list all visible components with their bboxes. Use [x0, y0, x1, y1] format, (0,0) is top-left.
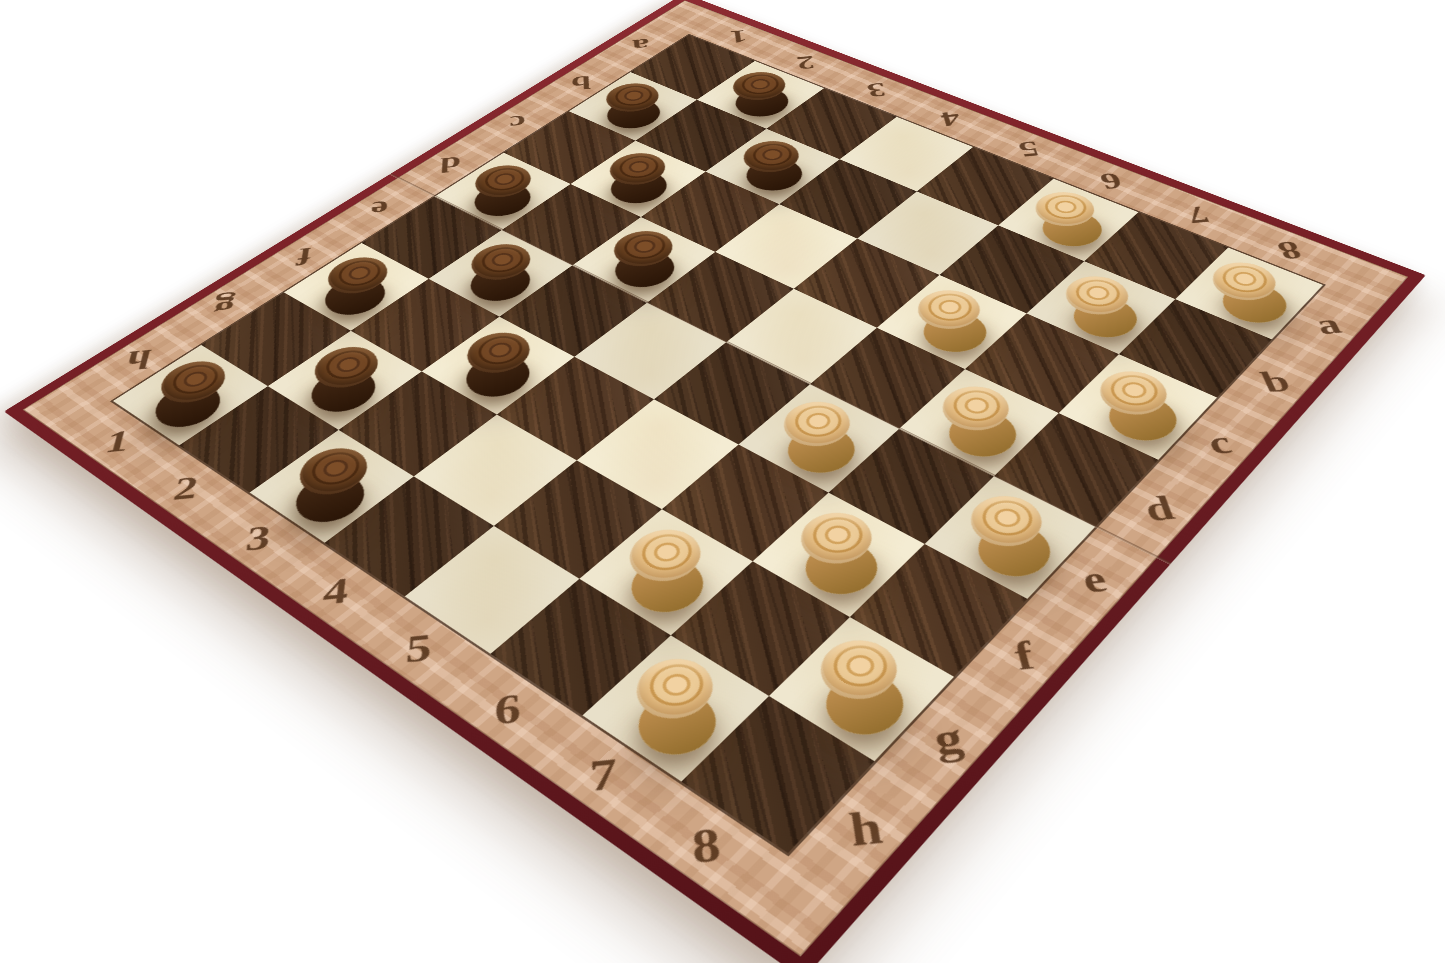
- near-numbers-label-2: 2: [159, 470, 212, 506]
- board-field: [113, 35, 1323, 853]
- near-letters-label-f: f: [993, 633, 1055, 678]
- far-letters-label-h: h: [114, 345, 164, 376]
- far-numbers-label-1: 1: [720, 27, 757, 48]
- photo-scene: 12345678abcdefgh12345678abcdefgh: [0, 0, 1445, 963]
- near-letters-label-h: h: [834, 801, 898, 854]
- far-letters-label-g: g: [200, 292, 247, 321]
- far-numbers-label-2: 2: [786, 52, 825, 73]
- near-numbers-label-6: 6: [481, 685, 534, 732]
- far-letters-label-c: c: [499, 111, 536, 134]
- near-numbers-label-8: 8: [676, 818, 736, 872]
- near-numbers-label-4: 4: [309, 570, 362, 611]
- near-numbers-label-3: 3: [232, 518, 285, 557]
- near-numbers-label-1: 1: [91, 424, 144, 458]
- far-letters-label-e: e: [359, 197, 400, 223]
- near-letters-label-g: g: [917, 714, 980, 763]
- far-letters-label-f: f: [282, 243, 326, 271]
- far-letters-label-b: b: [563, 72, 599, 94]
- far-numbers-label-3: 3: [856, 79, 897, 101]
- near-numbers-label-5: 5: [392, 626, 446, 670]
- near-numbers-label-7: 7: [575, 749, 631, 799]
- far-numbers-label-5: 5: [1006, 137, 1051, 162]
- checkers-board: 12345678abcdefgh12345678abcdefgh: [113, 35, 1323, 853]
- far-letters-label-a: a: [623, 35, 659, 56]
- far-numbers-label-4: 4: [929, 108, 972, 131]
- far-letters-label-d: d: [431, 153, 470, 177]
